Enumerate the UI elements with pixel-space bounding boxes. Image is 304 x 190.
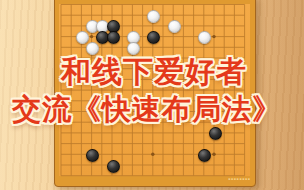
caption-line-2: 交流《快速布局法》 — [0, 95, 299, 124]
board-surface — [59, 4, 250, 176]
watermark-bottom-right: ▪▪▪▪▪▪▪▪ — [229, 177, 251, 180]
video-frame: ▪▪▪▪▪▪▪ ▪▪▪▪▪▪▪▪ 和线下爱好者 交流《快速布局法》 — [0, 0, 304, 190]
caption-line-1: 和线下爱好者 — [2, 57, 304, 87]
